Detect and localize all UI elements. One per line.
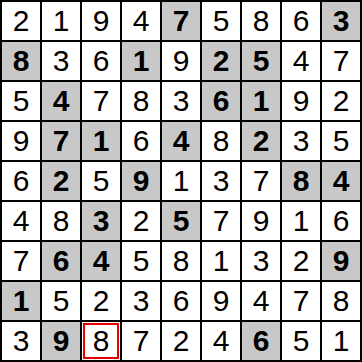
cell-r4c3[interactable]: 1 — [82, 122, 120, 160]
cell-r1c3[interactable]: 9 — [82, 2, 120, 40]
cell-r9c9[interactable]: 1 — [322, 322, 360, 360]
cell-r1c6[interactable]: 5 — [202, 2, 240, 40]
cell-r2c8[interactable]: 4 — [282, 42, 320, 80]
cell-r8c5[interactable]: 6 — [162, 282, 200, 320]
cell-r4c6[interactable]: 8 — [202, 122, 240, 160]
cell-r4c7[interactable]: 2 — [242, 122, 280, 160]
cell-r9c4[interactable]: 7 — [122, 322, 160, 360]
cell-r3c1[interactable]: 5 — [2, 82, 40, 120]
cell-r1c5[interactable]: 7 — [162, 2, 200, 40]
cell-r3c8[interactable]: 9 — [282, 82, 320, 120]
cell-r8c3[interactable]: 2 — [82, 282, 120, 320]
cell-r9c3[interactable]: 8 — [82, 322, 120, 360]
cell-r7c3[interactable]: 4 — [82, 242, 120, 280]
cell-r3c7[interactable]: 1 — [242, 82, 280, 120]
cell-r2c1[interactable]: 8 — [2, 42, 40, 80]
cell-r8c4[interactable]: 3 — [122, 282, 160, 320]
cell-r9c5[interactable]: 2 — [162, 322, 200, 360]
cell-r7c8[interactable]: 2 — [282, 242, 320, 280]
cell-r2c2[interactable]: 3 — [42, 42, 80, 80]
cell-r7c5[interactable]: 8 — [162, 242, 200, 280]
cell-r2c4[interactable]: 1 — [122, 42, 160, 80]
cell-r6c2[interactable]: 8 — [42, 202, 80, 240]
cell-r4c2[interactable]: 7 — [42, 122, 80, 160]
sudoku-board: 2194758638361925475478361929716482356259… — [0, 0, 362, 362]
cell-r6c8[interactable]: 1 — [282, 202, 320, 240]
cell-r7c1[interactable]: 7 — [2, 242, 40, 280]
cell-r5c1[interactable]: 6 — [2, 162, 40, 200]
cell-r4c8[interactable]: 3 — [282, 122, 320, 160]
cell-r9c6[interactable]: 4 — [202, 322, 240, 360]
cell-r3c3[interactable]: 7 — [82, 82, 120, 120]
cell-r3c6[interactable]: 6 — [202, 82, 240, 120]
cell-r5c2[interactable]: 2 — [42, 162, 80, 200]
cell-r3c2[interactable]: 4 — [42, 82, 80, 120]
cell-r8c1[interactable]: 1 — [2, 282, 40, 320]
cell-r8c9[interactable]: 8 — [322, 282, 360, 320]
cell-r1c2[interactable]: 1 — [42, 2, 80, 40]
cell-r6c1[interactable]: 4 — [2, 202, 40, 240]
cell-r6c7[interactable]: 9 — [242, 202, 280, 240]
cell-r5c3[interactable]: 5 — [82, 162, 120, 200]
cell-r5c5[interactable]: 1 — [162, 162, 200, 200]
cell-r1c7[interactable]: 8 — [242, 2, 280, 40]
cell-r7c6[interactable]: 1 — [202, 242, 240, 280]
cell-r2c7[interactable]: 5 — [242, 42, 280, 80]
cell-r5c8[interactable]: 8 — [282, 162, 320, 200]
cell-r9c1[interactable]: 3 — [2, 322, 40, 360]
cell-r4c9[interactable]: 5 — [322, 122, 360, 160]
cell-r2c9[interactable]: 7 — [322, 42, 360, 80]
cell-r7c9[interactable]: 9 — [322, 242, 360, 280]
cell-r3c9[interactable]: 2 — [322, 82, 360, 120]
cell-r3c5[interactable]: 3 — [162, 82, 200, 120]
cell-r2c3[interactable]: 6 — [82, 42, 120, 80]
cell-r2c6[interactable]: 2 — [202, 42, 240, 80]
cell-r7c2[interactable]: 6 — [42, 242, 80, 280]
cell-r4c5[interactable]: 4 — [162, 122, 200, 160]
cell-r9c7[interactable]: 6 — [242, 322, 280, 360]
cell-r6c5[interactable]: 5 — [162, 202, 200, 240]
cell-r1c1[interactable]: 2 — [2, 2, 40, 40]
cell-r9c2[interactable]: 9 — [42, 322, 80, 360]
cell-r5c9[interactable]: 4 — [322, 162, 360, 200]
cell-r6c9[interactable]: 6 — [322, 202, 360, 240]
cell-r1c9[interactable]: 3 — [322, 2, 360, 40]
cell-r8c6[interactable]: 9 — [202, 282, 240, 320]
cell-r6c6[interactable]: 7 — [202, 202, 240, 240]
cell-r5c7[interactable]: 7 — [242, 162, 280, 200]
cell-r9c8[interactable]: 5 — [282, 322, 320, 360]
cell-r5c4[interactable]: 9 — [122, 162, 160, 200]
cell-r6c4[interactable]: 2 — [122, 202, 160, 240]
cell-r8c8[interactable]: 7 — [282, 282, 320, 320]
cell-r7c7[interactable]: 3 — [242, 242, 280, 280]
cell-r8c2[interactable]: 5 — [42, 282, 80, 320]
cell-r2c5[interactable]: 9 — [162, 42, 200, 80]
cell-r5c6[interactable]: 3 — [202, 162, 240, 200]
cell-r7c4[interactable]: 5 — [122, 242, 160, 280]
cell-r8c7[interactable]: 4 — [242, 282, 280, 320]
cell-r3c4[interactable]: 8 — [122, 82, 160, 120]
cell-r1c4[interactable]: 4 — [122, 2, 160, 40]
cell-r4c1[interactable]: 9 — [2, 122, 40, 160]
cell-r6c3[interactable]: 3 — [82, 202, 120, 240]
cell-r1c8[interactable]: 6 — [282, 2, 320, 40]
cell-r4c4[interactable]: 6 — [122, 122, 160, 160]
